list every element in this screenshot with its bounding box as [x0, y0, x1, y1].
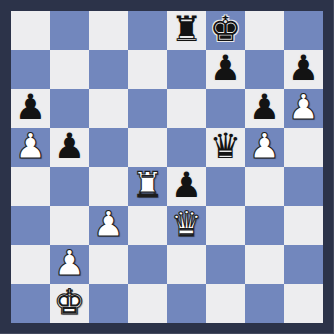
square-f8[interactable]: ♚ [206, 11, 245, 50]
square-h2[interactable] [284, 245, 323, 284]
square-g1[interactable] [245, 284, 284, 323]
square-f1[interactable] [206, 284, 245, 323]
square-f5[interactable]: ♛ [206, 128, 245, 167]
square-d4[interactable]: ♜ [128, 167, 167, 206]
square-c4[interactable] [89, 167, 128, 206]
square-f4[interactable] [206, 167, 245, 206]
square-g4[interactable] [245, 167, 284, 206]
piece-black-pawn[interactable]: ♟ [171, 166, 202, 205]
board-frame: ♜♚♟♟♟♟♟♟♟♛♟♜♟♟♛♟♚ [0, 0, 334, 334]
piece-white-pawn[interactable]: ♟ [15, 127, 46, 166]
square-b7[interactable] [50, 50, 89, 89]
square-e2[interactable] [167, 245, 206, 284]
square-a6[interactable]: ♟ [11, 89, 50, 128]
square-g7[interactable] [245, 50, 284, 89]
square-d3[interactable] [128, 206, 167, 245]
piece-black-pawn[interactable]: ♟ [288, 49, 319, 88]
square-e6[interactable] [167, 89, 206, 128]
square-b3[interactable] [50, 206, 89, 245]
square-e7[interactable] [167, 50, 206, 89]
square-d6[interactable] [128, 89, 167, 128]
square-f3[interactable] [206, 206, 245, 245]
square-c3[interactable]: ♟ [89, 206, 128, 245]
square-g3[interactable] [245, 206, 284, 245]
square-c6[interactable] [89, 89, 128, 128]
piece-white-king[interactable]: ♚ [54, 283, 85, 322]
piece-white-rook[interactable]: ♜ [132, 166, 163, 205]
square-b4[interactable] [50, 167, 89, 206]
square-a4[interactable] [11, 167, 50, 206]
square-f7[interactable]: ♟ [206, 50, 245, 89]
square-g5[interactable]: ♟ [245, 128, 284, 167]
square-c5[interactable] [89, 128, 128, 167]
square-c2[interactable] [89, 245, 128, 284]
square-b6[interactable] [50, 89, 89, 128]
square-g6[interactable]: ♟ [245, 89, 284, 128]
piece-black-pawn[interactable]: ♟ [15, 88, 46, 127]
square-a1[interactable] [11, 284, 50, 323]
square-d5[interactable] [128, 128, 167, 167]
square-f2[interactable] [206, 245, 245, 284]
square-f6[interactable] [206, 89, 245, 128]
square-a7[interactable] [11, 50, 50, 89]
square-b8[interactable] [50, 11, 89, 50]
chess-board: ♜♚♟♟♟♟♟♟♟♛♟♜♟♟♛♟♚ [11, 11, 323, 323]
piece-black-pawn[interactable]: ♟ [54, 127, 85, 166]
square-b2[interactable]: ♟ [50, 245, 89, 284]
square-h7[interactable]: ♟ [284, 50, 323, 89]
square-h4[interactable] [284, 167, 323, 206]
square-g8[interactable] [245, 11, 284, 50]
square-a5[interactable]: ♟ [11, 128, 50, 167]
square-e3[interactable]: ♛ [167, 206, 206, 245]
piece-black-queen[interactable]: ♛ [210, 127, 241, 166]
square-c8[interactable] [89, 11, 128, 50]
square-h5[interactable] [284, 128, 323, 167]
square-c7[interactable] [89, 50, 128, 89]
square-h6[interactable]: ♟ [284, 89, 323, 128]
piece-black-rook[interactable]: ♜ [171, 10, 202, 49]
square-e1[interactable] [167, 284, 206, 323]
square-a2[interactable] [11, 245, 50, 284]
piece-black-king[interactable]: ♚ [210, 10, 241, 49]
square-c1[interactable] [89, 284, 128, 323]
piece-black-pawn[interactable]: ♟ [210, 49, 241, 88]
square-d1[interactable] [128, 284, 167, 323]
piece-white-pawn[interactable]: ♟ [288, 88, 319, 127]
piece-white-queen[interactable]: ♛ [171, 205, 202, 244]
piece-white-pawn[interactable]: ♟ [93, 205, 124, 244]
square-b5[interactable]: ♟ [50, 128, 89, 167]
square-h1[interactable] [284, 284, 323, 323]
square-a3[interactable] [11, 206, 50, 245]
square-d8[interactable] [128, 11, 167, 50]
piece-white-pawn[interactable]: ♟ [54, 244, 85, 283]
piece-white-pawn[interactable]: ♟ [249, 127, 280, 166]
square-d7[interactable] [128, 50, 167, 89]
square-h8[interactable] [284, 11, 323, 50]
square-b1[interactable]: ♚ [50, 284, 89, 323]
square-d2[interactable] [128, 245, 167, 284]
piece-black-pawn[interactable]: ♟ [249, 88, 280, 127]
square-a8[interactable] [11, 11, 50, 50]
square-e4[interactable]: ♟ [167, 167, 206, 206]
square-e5[interactable] [167, 128, 206, 167]
square-h3[interactable] [284, 206, 323, 245]
square-e8[interactable]: ♜ [167, 11, 206, 50]
square-g2[interactable] [245, 245, 284, 284]
